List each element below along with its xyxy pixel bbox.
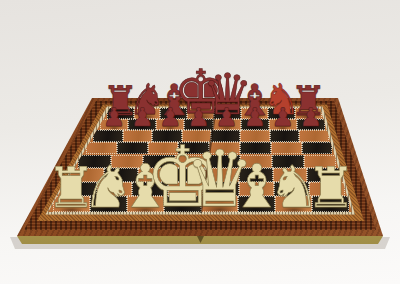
pawn-glyph: ♟: [299, 102, 322, 132]
rook-glyph: ♜: [306, 155, 356, 220]
ivory-rook[interactable]: ♜: [306, 160, 356, 216]
pawn-glyph: ♟: [243, 102, 266, 132]
pawn-glyph: ♟: [103, 102, 126, 132]
red-pawn[interactable]: ♟: [103, 105, 126, 131]
red-pawn[interactable]: ♟: [243, 105, 266, 131]
pieces-layer: ♜♞♝♚♛♝♞♜♟♟♟♟♟♟♟♟♜♞♝♚♛♝♞♜: [0, 0, 400, 284]
red-pawn[interactable]: ♟: [271, 105, 294, 131]
red-pawn[interactable]: ♟: [299, 105, 322, 131]
photo-background: ♜♞♝♚♛♝♞♜♟♟♟♟♟♟♟♟♜♞♝♚♛♝♞♜: [0, 0, 400, 284]
pawn-glyph: ♟: [271, 102, 294, 132]
